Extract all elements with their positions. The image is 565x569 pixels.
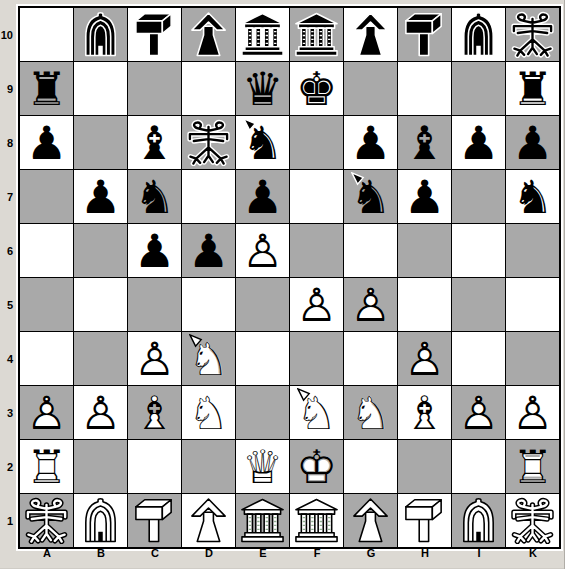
file-label-I: I [452, 546, 506, 560]
eagle-icon [509, 11, 556, 58]
square-A8[interactable]: ♟ [20, 116, 73, 169]
piece-white-pawn[interactable]: ♟♙ [398, 332, 451, 385]
square-I8[interactable]: ♟ [452, 116, 505, 169]
piece-black-pawn[interactable]: ♟ [236, 170, 289, 223]
square-I1[interactable] [452, 494, 505, 547]
square-A2[interactable]: ♜♖ [20, 440, 73, 493]
piece-black-arrow[interactable] [182, 8, 235, 61]
rank-label-5: 5 [0, 278, 15, 332]
piece-glyph: ♝ [398, 116, 451, 169]
piece-black-unicorn[interactable]: ♞ [344, 170, 397, 223]
square-H4[interactable]: ♟♙ [398, 332, 451, 385]
square-D9[interactable] [182, 62, 235, 115]
piece-white-pawn[interactable]: ♟♙ [452, 386, 505, 439]
square-G1[interactable] [344, 494, 397, 547]
square-F4[interactable] [290, 332, 343, 385]
piece-white-pawn[interactable]: ♟♙ [290, 278, 343, 331]
piece-black-knight[interactable]: ♞ [128, 170, 181, 223]
game-window: 10987654321 ♜♛♚♜♟♝♞♟♝♟♟♟♞♟♞♟♞♟♟♟♙♟♙♟♙♟♙♞… [0, 0, 565, 569]
rank-label-9: 9 [0, 62, 15, 116]
arrow-icon [185, 11, 232, 58]
rank-label-8: 8 [0, 116, 15, 170]
piece-glyph-outline: ♙ [398, 332, 451, 385]
piece-glyph: ♚ [290, 62, 343, 115]
square-G9[interactable] [344, 62, 397, 115]
piece-white-bishop[interactable]: ♝♗ [398, 386, 451, 439]
square-H2[interactable] [398, 440, 451, 493]
square-D10[interactable] [182, 8, 235, 61]
square-H5[interactable] [398, 278, 451, 331]
square-B2[interactable] [74, 440, 127, 493]
piece-white-temple[interactable] [236, 494, 289, 547]
eagle-icon [509, 497, 556, 544]
temple-icon [239, 497, 286, 544]
square-E3[interactable] [236, 386, 289, 439]
square-C5[interactable] [128, 278, 181, 331]
piece-black-pawn[interactable]: ♟ [74, 170, 127, 223]
square-B3[interactable]: ♟♙ [74, 386, 127, 439]
piece-white-arrow[interactable] [182, 494, 235, 547]
square-G5[interactable]: ♟♙ [344, 278, 397, 331]
piece-black-rook[interactable]: ♜ [20, 62, 73, 115]
square-I4[interactable] [452, 332, 505, 385]
piece-glyph: ♟ [236, 170, 289, 223]
piece-glyph: ♜ [506, 62, 559, 115]
piece-white-eagle[interactable] [20, 494, 73, 547]
piece-glyph-outline: ♙ [128, 332, 181, 385]
square-H10[interactable] [398, 8, 451, 61]
file-label-D: D [182, 546, 236, 560]
square-B4[interactable] [74, 332, 127, 385]
piece-glyph-outline: ♙ [74, 386, 127, 439]
temple-icon [293, 497, 340, 544]
square-I5[interactable] [452, 278, 505, 331]
piece-black-pawn[interactable]: ♟ [128, 224, 181, 277]
piece-white-pawn[interactable]: ♟♙ [236, 224, 289, 277]
unicorn-horn-icon [297, 388, 312, 403]
pagoda-icon [455, 497, 502, 544]
square-C10[interactable] [128, 8, 181, 61]
piece-glyph-outline: ♙ [452, 386, 505, 439]
square-G3[interactable]: ♞♘ [344, 386, 397, 439]
square-K6[interactable] [506, 224, 559, 277]
piece-black-temple[interactable] [290, 8, 343, 61]
piece-white-pawn[interactable]: ♟♙ [74, 386, 127, 439]
square-F3[interactable]: ♞♘ [290, 386, 343, 439]
piece-black-arrow[interactable] [344, 8, 397, 61]
square-B10[interactable] [74, 8, 127, 61]
piece-glyph: ♛ [236, 62, 289, 115]
hammer-icon [131, 497, 178, 544]
piece-white-rook[interactable]: ♜♖ [20, 440, 73, 493]
piece-black-temple[interactable] [236, 8, 289, 61]
square-G6[interactable] [344, 224, 397, 277]
square-K4[interactable] [506, 332, 559, 385]
square-A6[interactable] [20, 224, 73, 277]
eagle-icon [185, 119, 232, 166]
piece-glyph: ♟ [128, 224, 181, 277]
square-F6[interactable] [290, 224, 343, 277]
square-E10[interactable] [236, 8, 289, 61]
piece-white-eagle[interactable] [506, 494, 559, 547]
square-K7[interactable]: ♞ [506, 170, 559, 223]
file-label-A: A [20, 546, 74, 560]
piece-white-pawn[interactable]: ♟♙ [128, 332, 181, 385]
square-A5[interactable] [20, 278, 73, 331]
square-K3[interactable]: ♟♙ [506, 386, 559, 439]
square-D1[interactable] [182, 494, 235, 547]
unicorn-horn-icon [189, 334, 204, 349]
piece-glyph-outline: ♖ [20, 440, 73, 493]
square-H9[interactable] [398, 62, 451, 115]
square-B8[interactable] [74, 116, 127, 169]
piece-glyph: ♜ [20, 62, 73, 115]
piece-white-knight[interactable]: ♞♘ [344, 386, 397, 439]
square-K8[interactable]: ♟ [506, 116, 559, 169]
piece-white-pawn[interactable]: ♟♙ [344, 278, 397, 331]
piece-glyph: ♟ [398, 170, 451, 223]
square-H7[interactable]: ♟ [398, 170, 451, 223]
square-I10[interactable] [452, 8, 505, 61]
file-label-B: B [74, 546, 128, 560]
square-F1[interactable] [290, 494, 343, 547]
rank-labels: 10987654321 [0, 8, 15, 548]
square-A3[interactable]: ♟♙ [20, 386, 73, 439]
file-labels: ABCDEFGHIK [20, 546, 560, 560]
piece-black-bishop[interactable]: ♝ [398, 116, 451, 169]
hammer-icon [401, 497, 448, 544]
arrow-icon [347, 497, 394, 544]
square-D2[interactable] [182, 440, 235, 493]
square-I7[interactable] [452, 170, 505, 223]
square-I2[interactable] [452, 440, 505, 493]
piece-glyph-outline: ♙ [290, 278, 343, 331]
piece-glyph-outline: ♕ [236, 440, 289, 493]
square-A10[interactable] [20, 8, 73, 61]
piece-white-pagoda[interactable] [74, 494, 127, 547]
arrow-icon [185, 497, 232, 544]
square-C9[interactable] [128, 62, 181, 115]
square-C1[interactable] [128, 494, 181, 547]
piece-black-pawn[interactable]: ♟ [506, 116, 559, 169]
piece-white-arrow[interactable] [344, 494, 397, 547]
rank-label-7: 7 [0, 170, 15, 224]
square-F10[interactable] [290, 8, 343, 61]
temple-icon [293, 11, 340, 58]
square-D6[interactable]: ♟ [182, 224, 235, 277]
square-K1[interactable] [506, 494, 559, 547]
square-G8[interactable]: ♟ [344, 116, 397, 169]
rank-label-4: 4 [0, 332, 15, 386]
hammer-icon [401, 11, 448, 58]
piece-glyph: ♟ [452, 116, 505, 169]
rank-label-10: 10 [0, 8, 15, 62]
piece-white-unicorn[interactable]: ♞♘ [290, 386, 343, 439]
square-C4[interactable]: ♟♙ [128, 332, 181, 385]
piece-black-pawn[interactable]: ♟ [182, 224, 235, 277]
piece-glyph: ♟ [344, 116, 397, 169]
piece-white-queen[interactable]: ♛♕ [236, 440, 289, 493]
piece-white-hammer[interactable] [128, 494, 181, 547]
pagoda-icon [77, 11, 124, 58]
square-B7[interactable]: ♟ [74, 170, 127, 223]
square-K2[interactable]: ♜♖ [506, 440, 559, 493]
piece-glyph-outline: ♗ [128, 386, 181, 439]
piece-black-queen[interactable]: ♛ [236, 62, 289, 115]
piece-black-pawn[interactable]: ♟ [344, 116, 397, 169]
piece-white-king[interactable]: ♚♔ [290, 440, 343, 493]
square-B5[interactable] [74, 278, 127, 331]
square-G2[interactable] [344, 440, 397, 493]
piece-glyph: ♟ [506, 116, 559, 169]
piece-black-pawn[interactable]: ♟ [452, 116, 505, 169]
piece-white-bishop[interactable]: ♝♗ [128, 386, 181, 439]
square-B6[interactable] [74, 224, 127, 277]
square-G4[interactable] [344, 332, 397, 385]
square-H6[interactable] [398, 224, 451, 277]
square-D8[interactable] [182, 116, 235, 169]
square-A4[interactable] [20, 332, 73, 385]
piece-black-pagoda[interactable] [452, 8, 505, 61]
square-E4[interactable] [236, 332, 289, 385]
square-A1[interactable] [20, 494, 73, 547]
square-F2[interactable]: ♚♔ [290, 440, 343, 493]
square-A9[interactable]: ♜ [20, 62, 73, 115]
square-I9[interactable] [452, 62, 505, 115]
square-B1[interactable] [74, 494, 127, 547]
piece-white-hammer[interactable] [398, 494, 451, 547]
temple-icon [239, 11, 286, 58]
square-D5[interactable] [182, 278, 235, 331]
file-label-F: F [290, 546, 344, 560]
square-F5[interactable]: ♟♙ [290, 278, 343, 331]
piece-glyph-outline: ♘ [344, 386, 397, 439]
piece-black-pagoda[interactable] [74, 8, 127, 61]
file-label-H: H [398, 546, 452, 560]
square-I3[interactable]: ♟♙ [452, 386, 505, 439]
piece-black-hammer[interactable] [128, 8, 181, 61]
square-C6[interactable]: ♟ [128, 224, 181, 277]
square-F8[interactable] [290, 116, 343, 169]
pagoda-icon [77, 497, 124, 544]
piece-glyph-outline: ♗ [398, 386, 451, 439]
piece-black-eagle[interactable] [182, 116, 235, 169]
piece-glyph: ♞ [128, 170, 181, 223]
square-C2[interactable] [128, 440, 181, 493]
square-G7[interactable]: ♞ [344, 170, 397, 223]
square-C7[interactable]: ♞ [128, 170, 181, 223]
square-H3[interactable]: ♝♗ [398, 386, 451, 439]
square-E5[interactable] [236, 278, 289, 331]
piece-glyph-outline: ♖ [506, 440, 559, 493]
file-label-C: C [128, 546, 182, 560]
square-D4[interactable]: ♞♘ [182, 332, 235, 385]
piece-white-knight[interactable]: ♞♘ [182, 386, 235, 439]
square-K10[interactable] [506, 8, 559, 61]
piece-glyph: ♟ [20, 116, 73, 169]
piece-black-knight[interactable]: ♞ [506, 170, 559, 223]
square-E1[interactable] [236, 494, 289, 547]
piece-black-unicorn[interactable]: ♞ [236, 116, 289, 169]
piece-glyph-outline: ♔ [290, 440, 343, 493]
square-H8[interactable]: ♝ [398, 116, 451, 169]
piece-glyph-outline: ♙ [506, 386, 559, 439]
piece-black-pawn[interactable]: ♟ [20, 116, 73, 169]
square-E7[interactable]: ♟ [236, 170, 289, 223]
file-label-E: E [236, 546, 290, 560]
piece-black-pawn[interactable]: ♟ [398, 170, 451, 223]
square-K9[interactable]: ♜ [506, 62, 559, 115]
square-E9[interactable]: ♛ [236, 62, 289, 115]
piece-glyph: ♝ [128, 116, 181, 169]
rank-label-6: 6 [0, 224, 15, 278]
piece-black-bishop[interactable]: ♝ [128, 116, 181, 169]
rank-label-3: 3 [0, 386, 15, 440]
square-K5[interactable] [506, 278, 559, 331]
piece-glyph-outline: ♙ [20, 386, 73, 439]
arrow-icon [347, 11, 394, 58]
file-label-K: K [506, 546, 560, 560]
square-C8[interactable]: ♝ [128, 116, 181, 169]
square-H1[interactable] [398, 494, 451, 547]
square-I6[interactable] [452, 224, 505, 277]
piece-black-hammer[interactable] [398, 8, 451, 61]
piece-black-eagle[interactable] [506, 8, 559, 61]
piece-glyph-outline: ♘ [182, 386, 235, 439]
file-label-G: G [344, 546, 398, 560]
piece-glyph: ♞ [506, 170, 559, 223]
piece-black-rook[interactable]: ♜ [506, 62, 559, 115]
unicorn-horn-icon [351, 172, 366, 187]
square-D3[interactable]: ♞♘ [182, 386, 235, 439]
piece-white-unicorn[interactable]: ♞♘ [182, 332, 235, 385]
square-C3[interactable]: ♝♗ [128, 386, 181, 439]
board-frame: ♜♛♚♜♟♝♞♟♝♟♟♟♞♟♞♟♞♟♟♟♙♟♙♟♙♟♙♞♘♟♙♟♙♟♙♝♗♞♘♞… [16, 4, 563, 551]
piece-glyph-outline: ♙ [344, 278, 397, 331]
piece-white-temple[interactable] [290, 494, 343, 547]
board-grid: ♜♛♚♜♟♝♞♟♝♟♟♟♞♟♞♟♞♟♟♟♙♟♙♟♙♟♙♞♘♟♙♟♙♟♙♝♗♞♘♞… [18, 6, 561, 549]
square-E6[interactable]: ♟♙ [236, 224, 289, 277]
square-F7[interactable] [290, 170, 343, 223]
square-E2[interactable]: ♛♕ [236, 440, 289, 493]
pagoda-icon [455, 11, 502, 58]
piece-black-king[interactable]: ♚ [290, 62, 343, 115]
piece-glyph: ♟ [74, 170, 127, 223]
square-G10[interactable] [344, 8, 397, 61]
unicorn-horn-icon [243, 118, 258, 133]
piece-glyph-outline: ♙ [236, 224, 289, 277]
eagle-icon [23, 497, 70, 544]
square-A7[interactable] [20, 170, 73, 223]
piece-white-pagoda[interactable] [452, 494, 505, 547]
square-E8[interactable]: ♞ [236, 116, 289, 169]
piece-white-pawn[interactable]: ♟♙ [506, 386, 559, 439]
rank-label-2: 2 [0, 440, 15, 494]
piece-glyph: ♟ [182, 224, 235, 277]
square-B9[interactable] [74, 62, 127, 115]
hammer-icon [131, 11, 178, 58]
piece-white-pawn[interactable]: ♟♙ [20, 386, 73, 439]
rank-label-1: 1 [0, 494, 15, 548]
square-D7[interactable] [182, 170, 235, 223]
piece-white-rook[interactable]: ♜♖ [506, 440, 559, 493]
square-F9[interactable]: ♚ [290, 62, 343, 115]
